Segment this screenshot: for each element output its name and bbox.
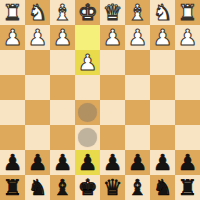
square-d6[interactable] — [100, 125, 125, 150]
white-king-e1: ♚ — [78, 0, 98, 25]
square-d8[interactable]: ♛ — [100, 175, 125, 200]
white-pawn-f2: ♟ — [53, 25, 73, 50]
white-pawn-h2: ♟ — [3, 25, 23, 50]
square-a4[interactable] — [175, 75, 200, 100]
black-pawn-d7: ♟ — [103, 150, 123, 175]
black-bishop-c8: ♝ — [128, 175, 148, 200]
square-g5[interactable] — [25, 100, 50, 125]
square-c8[interactable]: ♝ — [125, 175, 150, 200]
square-h8[interactable]: ♜ — [0, 175, 25, 200]
square-h7[interactable]: ♟ — [0, 150, 25, 175]
square-a8[interactable]: ♜ — [175, 175, 200, 200]
square-d4[interactable] — [100, 75, 125, 100]
square-b6[interactable] — [150, 125, 175, 150]
white-rook-h1: ♜ — [3, 0, 23, 25]
square-h3[interactable] — [0, 50, 25, 75]
square-a1[interactable]: ♜ — [175, 0, 200, 25]
square-d2[interactable]: ♟ — [100, 25, 125, 50]
white-pawn-e3: ♟ — [78, 50, 98, 75]
square-c3[interactable] — [125, 50, 150, 75]
square-c4[interactable] — [125, 75, 150, 100]
square-e5[interactable] — [75, 100, 100, 125]
white-knight-g1: ♞ — [28, 0, 48, 25]
square-d5[interactable] — [100, 100, 125, 125]
square-b5[interactable] — [150, 100, 175, 125]
white-pawn-a2: ♟ — [178, 25, 198, 50]
square-a2[interactable]: ♟ — [175, 25, 200, 50]
white-bishop-c1: ♝ — [128, 0, 148, 25]
white-knight-b1: ♞ — [153, 0, 173, 25]
square-f3[interactable] — [50, 50, 75, 75]
move-hint-dot-e5 — [78, 103, 97, 122]
square-d7[interactable]: ♟ — [100, 150, 125, 175]
square-f1[interactable]: ♝ — [50, 0, 75, 25]
square-f6[interactable] — [50, 125, 75, 150]
square-f2[interactable]: ♟ — [50, 25, 75, 50]
square-d3[interactable] — [100, 50, 125, 75]
square-g6[interactable] — [25, 125, 50, 150]
square-a7[interactable]: ♟ — [175, 150, 200, 175]
square-c7[interactable]: ♟ — [125, 150, 150, 175]
square-f7[interactable]: ♟ — [50, 150, 75, 175]
square-b3[interactable] — [150, 50, 175, 75]
black-king-e8: ♚ — [78, 175, 98, 200]
square-e4[interactable] — [75, 75, 100, 100]
square-a3[interactable] — [175, 50, 200, 75]
square-f5[interactable] — [50, 100, 75, 125]
black-pawn-g7: ♟ — [28, 150, 48, 175]
black-pawn-b7: ♟ — [153, 150, 173, 175]
square-e6[interactable] — [75, 125, 100, 150]
white-pawn-g2: ♟ — [28, 25, 48, 50]
square-e7[interactable]: ♟ — [75, 150, 100, 175]
square-g8[interactable]: ♞ — [25, 175, 50, 200]
black-pawn-a7: ♟ — [178, 150, 198, 175]
square-h1[interactable]: ♜ — [0, 0, 25, 25]
square-a6[interactable] — [175, 125, 200, 150]
white-queen-d1: ♛ — [103, 0, 123, 25]
square-g7[interactable]: ♟ — [25, 150, 50, 175]
square-f8[interactable]: ♝ — [50, 175, 75, 200]
square-b7[interactable]: ♟ — [150, 150, 175, 175]
white-pawn-b2: ♟ — [153, 25, 173, 50]
square-g1[interactable]: ♞ — [25, 0, 50, 25]
black-rook-h8: ♜ — [3, 175, 23, 200]
black-knight-b8: ♞ — [153, 175, 173, 200]
square-b4[interactable] — [150, 75, 175, 100]
square-g3[interactable] — [25, 50, 50, 75]
square-g4[interactable] — [25, 75, 50, 100]
square-e8[interactable]: ♚ — [75, 175, 100, 200]
square-c2[interactable]: ♟ — [125, 25, 150, 50]
square-b2[interactable]: ♟ — [150, 25, 175, 50]
square-a5[interactable] — [175, 100, 200, 125]
move-hint-dot-e6 — [78, 128, 97, 147]
chess-board: ♜♞♝♚♛♝♞♜♟♟♟♟♟♟♟♟♟♟♟♟♟♟♟♟♜♞♝♚♛♝♞♜ — [0, 0, 200, 200]
square-h2[interactable]: ♟ — [0, 25, 25, 50]
square-h4[interactable] — [0, 75, 25, 100]
black-knight-g8: ♞ — [28, 175, 48, 200]
white-rook-a1: ♜ — [178, 0, 198, 25]
white-bishop-f1: ♝ — [53, 0, 73, 25]
square-c5[interactable] — [125, 100, 150, 125]
square-e3[interactable]: ♟ — [75, 50, 100, 75]
black-pawn-e7: ♟ — [78, 150, 98, 175]
black-pawn-c7: ♟ — [128, 150, 148, 175]
black-rook-a8: ♜ — [178, 175, 198, 200]
square-e1[interactable]: ♚ — [75, 0, 100, 25]
square-f4[interactable] — [50, 75, 75, 100]
black-pawn-h7: ♟ — [3, 150, 23, 175]
square-b1[interactable]: ♞ — [150, 0, 175, 25]
square-b8[interactable]: ♞ — [150, 175, 175, 200]
square-g2[interactable]: ♟ — [25, 25, 50, 50]
white-pawn-d2: ♟ — [103, 25, 123, 50]
black-pawn-f7: ♟ — [53, 150, 73, 175]
square-h6[interactable] — [0, 125, 25, 150]
square-e2[interactable] — [75, 25, 100, 50]
black-bishop-f8: ♝ — [53, 175, 73, 200]
black-queen-d8: ♛ — [103, 175, 123, 200]
square-h5[interactable] — [0, 100, 25, 125]
square-d1[interactable]: ♛ — [100, 0, 125, 25]
white-pawn-c2: ♟ — [128, 25, 148, 50]
square-c1[interactable]: ♝ — [125, 0, 150, 25]
square-c6[interactable] — [125, 125, 150, 150]
